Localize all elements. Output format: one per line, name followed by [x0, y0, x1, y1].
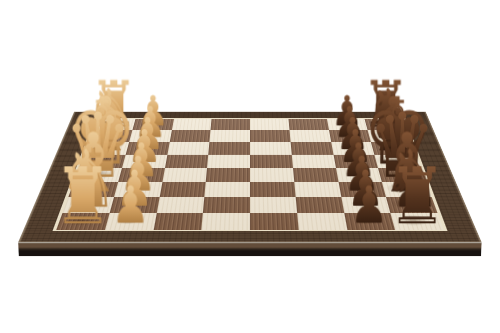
board-front-edge [18, 242, 482, 256]
square-f5 [250, 142, 292, 155]
square-e5 [250, 155, 293, 168]
square-e4 [207, 155, 250, 168]
square-h4 [211, 119, 250, 130]
square-g5 [250, 130, 290, 142]
chess-set-photo: ♜♟♟♜♞♟♟♞♝♟♟♝♚♟♟♚♛♟♟♛♝♟♟♝♞♟♟♞♜♟♟♜ [0, 0, 500, 333]
square-d4 [206, 168, 250, 182]
square-c4 [205, 182, 250, 197]
square-b4 [203, 197, 250, 213]
square-h3 [171, 119, 211, 130]
perspective-scene: ♜♟♟♜♞♟♟♞♝♟♟♝♚♟♟♚♛♟♟♛♝♟♟♝♞♟♟♞♜♟♟♜ [0, 0, 500, 333]
square-c5 [250, 182, 295, 197]
square-h6 [288, 119, 328, 130]
square-g4 [210, 130, 250, 142]
square-b5 [250, 197, 297, 213]
square-h5 [250, 119, 289, 130]
square-f4 [208, 142, 250, 155]
square-d5 [250, 168, 294, 182]
square-a5 [250, 213, 298, 230]
square-a4 [202, 213, 250, 230]
chess-board: ♜♟♟♜♞♟♟♞♝♟♟♝♚♟♟♚♛♟♟♛♝♟♟♝♞♟♟♞♜♟♟♜ [18, 112, 482, 243]
